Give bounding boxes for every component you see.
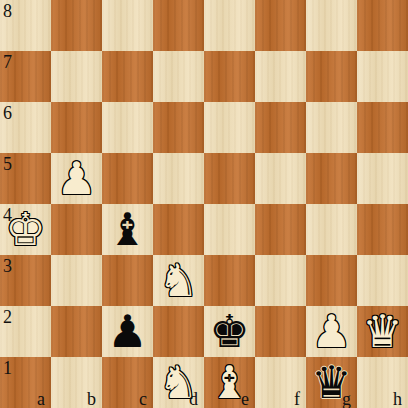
square-a6[interactable]: 6 (0, 102, 51, 153)
square-b1[interactable]: b (51, 357, 102, 408)
square-g2[interactable]: ♟ (306, 306, 357, 357)
square-g8[interactable] (306, 0, 357, 51)
square-a8[interactable]: 8 (0, 0, 51, 51)
black-king-e2[interactable]: ♚ (209, 306, 249, 357)
square-b8[interactable] (51, 0, 102, 51)
square-h8[interactable] (357, 0, 408, 51)
black-bishop-c4[interactable]: ♝ (107, 204, 147, 255)
square-c7[interactable] (102, 51, 153, 102)
rank-label-3: 3 (3, 257, 12, 275)
square-f2[interactable] (255, 306, 306, 357)
file-label-f: f (294, 390, 300, 408)
square-e6[interactable] (204, 102, 255, 153)
square-e4[interactable] (204, 204, 255, 255)
square-a2[interactable]: 2 (0, 306, 51, 357)
square-e5[interactable] (204, 153, 255, 204)
square-a4[interactable]: 4♚ (0, 204, 51, 255)
rank-label-8: 8 (3, 2, 12, 20)
square-f6[interactable] (255, 102, 306, 153)
file-label-a: a (37, 390, 45, 408)
square-e7[interactable] (204, 51, 255, 102)
square-g4[interactable] (306, 204, 357, 255)
square-c8[interactable] (102, 0, 153, 51)
white-knight-d3[interactable]: ♞ (158, 255, 198, 306)
white-pawn-g2[interactable]: ♟ (311, 306, 351, 357)
file-label-d: d (189, 390, 198, 408)
rank-label-4: 4 (3, 206, 12, 224)
square-c1[interactable]: c (102, 357, 153, 408)
rank-label-7: 7 (3, 53, 12, 71)
square-e8[interactable] (204, 0, 255, 51)
square-c2[interactable]: ♟ (102, 306, 153, 357)
square-c6[interactable] (102, 102, 153, 153)
square-a7[interactable]: 7 (0, 51, 51, 102)
square-d5[interactable] (153, 153, 204, 204)
square-g6[interactable] (306, 102, 357, 153)
square-d7[interactable] (153, 51, 204, 102)
square-b6[interactable] (51, 102, 102, 153)
square-c4[interactable]: ♝ (102, 204, 153, 255)
file-label-g: g (342, 390, 351, 408)
square-d3[interactable]: ♞ (153, 255, 204, 306)
square-a1[interactable]: 1a (0, 357, 51, 408)
file-label-e: e (241, 390, 249, 408)
square-d4[interactable] (153, 204, 204, 255)
square-e3[interactable] (204, 255, 255, 306)
rank-label-2: 2 (3, 308, 12, 326)
black-pawn-c2[interactable]: ♟ (107, 306, 147, 357)
file-label-b: b (87, 390, 96, 408)
file-label-h: h (393, 390, 402, 408)
square-g3[interactable] (306, 255, 357, 306)
rank-label-5: 5 (3, 155, 12, 173)
square-d6[interactable] (153, 102, 204, 153)
square-h5[interactable] (357, 153, 408, 204)
square-b4[interactable] (51, 204, 102, 255)
square-f8[interactable] (255, 0, 306, 51)
square-b3[interactable] (51, 255, 102, 306)
square-h1[interactable]: h (357, 357, 408, 408)
square-b5[interactable]: ♟ (51, 153, 102, 204)
square-c3[interactable] (102, 255, 153, 306)
square-f7[interactable] (255, 51, 306, 102)
square-h2[interactable]: ♛ (357, 306, 408, 357)
white-queen-h2[interactable]: ♛ (362, 306, 402, 357)
white-pawn-b5[interactable]: ♟ (56, 153, 96, 204)
square-a3[interactable]: 3 (0, 255, 51, 306)
square-d2[interactable] (153, 306, 204, 357)
square-h4[interactable] (357, 204, 408, 255)
square-f5[interactable] (255, 153, 306, 204)
square-e1[interactable]: e♝ (204, 357, 255, 408)
rank-label-1: 1 (3, 359, 12, 377)
square-b7[interactable] (51, 51, 102, 102)
square-f1[interactable]: f (255, 357, 306, 408)
square-g1[interactable]: g♛ (306, 357, 357, 408)
square-g5[interactable] (306, 153, 357, 204)
square-g7[interactable] (306, 51, 357, 102)
square-a5[interactable]: 5 (0, 153, 51, 204)
rank-label-6: 6 (3, 104, 12, 122)
square-f4[interactable] (255, 204, 306, 255)
square-e2[interactable]: ♚ (204, 306, 255, 357)
square-c5[interactable] (102, 153, 153, 204)
square-h3[interactable] (357, 255, 408, 306)
square-d8[interactable] (153, 0, 204, 51)
chess-board: 8765♟4♚♝3♞2♟♚♟♛1abcd♞e♝fg♛h (0, 0, 408, 408)
square-h6[interactable] (357, 102, 408, 153)
square-d1[interactable]: d♞ (153, 357, 204, 408)
square-f3[interactable] (255, 255, 306, 306)
square-h7[interactable] (357, 51, 408, 102)
file-label-c: c (139, 390, 147, 408)
square-b2[interactable] (51, 306, 102, 357)
